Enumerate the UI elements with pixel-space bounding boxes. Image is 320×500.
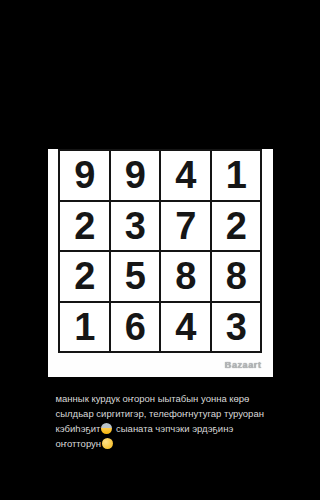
- caption-line-3: кэбиһэҕит🤯 сыаната чэпчэки эрдэҕинэ: [56, 421, 265, 436]
- top-letterbox: [48, 0, 273, 140]
- screenshot-root: 9 9 4 1 2 3 7 2 2 5 8 8 1 6 4 3 Bazaart …: [48, 0, 273, 500]
- grid-cell-r3c3: 3: [212, 303, 261, 352]
- caption-text: сыаната чэпчэки эрдэҕинэ: [113, 423, 233, 434]
- caption-text: маннык курдук оҥорон ыытабын уонна көрө: [56, 393, 250, 404]
- photo-area: 9 9 4 1 2 3 7 2 2 5 8 8 1 6 4 3 Bazaart: [48, 149, 273, 377]
- grid-cell-r0c1: 9: [111, 151, 160, 200]
- exploding-head-emoji: 🤯: [101, 423, 112, 434]
- caption-text: кэбиһэҕит: [56, 423, 101, 434]
- number-grid-board: 9 9 4 1 2 3 7 2 2 5 8 8 1 6 4 3: [58, 149, 262, 353]
- grid-cell-r1c1: 3: [111, 202, 160, 251]
- grid-cell-r0c3: 1: [212, 151, 261, 200]
- grid-cell-r2c0: 2: [60, 252, 109, 301]
- caption-line-2: сылдьар сиргитигэр, телефоҥнутугар туруо…: [56, 406, 265, 421]
- grid-cell-r1c3: 2: [212, 202, 261, 251]
- grid-cell-r2c2: 8: [161, 252, 210, 301]
- grid-cell-r3c2: 4: [161, 303, 210, 352]
- grid-cell-r1c2: 7: [161, 202, 210, 251]
- grid-cell-r0c2: 4: [161, 151, 210, 200]
- caption-line-1: маннык курдук оҥорон ыытабын уонна көрө: [56, 391, 265, 406]
- caption-text: сылдьар сиргитигэр, телефоҥнутугар туруо…: [56, 408, 264, 419]
- grid-cell-r0c0: 9: [60, 151, 109, 200]
- grid-cell-r1c0: 2: [60, 202, 109, 251]
- grid-cell-r3c0: 1: [60, 303, 109, 352]
- bazaart-watermark: Bazaart: [225, 360, 262, 370]
- caption-area: маннык курдук оҥорон ыытабын уонна көрө …: [48, 377, 273, 500]
- caption-text: оҥотторун: [56, 438, 102, 449]
- caption-line-4: оҥотторун🤗: [56, 436, 265, 451]
- grid-cell-r3c1: 6: [111, 303, 160, 352]
- grid-cell-r2c3: 8: [212, 252, 261, 301]
- hugging-face-emoji: 🤗: [102, 438, 113, 449]
- grid-cell-r2c1: 5: [111, 252, 160, 301]
